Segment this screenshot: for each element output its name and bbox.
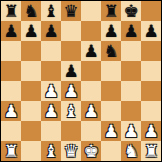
square-e4[interactable] [81, 81, 101, 101]
square-g1[interactable]: ♞ [121, 141, 141, 161]
square-g2[interactable]: ♟ [121, 121, 141, 141]
square-b5[interactable] [21, 61, 41, 81]
square-f1[interactable] [101, 141, 121, 161]
square-g8[interactable]: ♚ [121, 1, 141, 21]
square-c8[interactable]: ♝ [41, 1, 61, 21]
piece-black-pawn[interactable]: ♟ [143, 21, 158, 41]
piece-black-queen[interactable]: ♛ [63, 1, 78, 21]
square-c4[interactable]: ♟ [41, 81, 61, 101]
square-g7[interactable]: ♟ [121, 21, 141, 41]
square-b7[interactable]: ♟ [21, 21, 41, 41]
square-h2[interactable]: ♟ [141, 121, 161, 141]
piece-black-knight[interactable]: ♞ [103, 41, 118, 61]
square-a5[interactable] [1, 61, 21, 81]
piece-white-pawn[interactable]: ♟ [143, 121, 158, 141]
square-d1[interactable]: ♛ [61, 141, 81, 161]
square-e3[interactable]: ♟ [81, 101, 101, 121]
square-d4[interactable]: ♟ [61, 81, 81, 101]
piece-white-pawn[interactable]: ♟ [103, 121, 118, 141]
piece-black-king[interactable]: ♚ [123, 1, 138, 21]
square-e2[interactable] [81, 121, 101, 141]
square-c6[interactable] [41, 41, 61, 61]
piece-black-bishop[interactable]: ♝ [43, 1, 58, 21]
square-d5[interactable]: ♟ [61, 61, 81, 81]
piece-black-rook[interactable]: ♜ [3, 1, 18, 21]
piece-white-king[interactable]: ♚ [83, 141, 98, 161]
square-h4[interactable] [141, 81, 161, 101]
piece-white-knight[interactable]: ♞ [123, 141, 138, 161]
piece-black-pawn[interactable]: ♟ [83, 41, 98, 61]
piece-white-rook[interactable]: ♜ [143, 141, 158, 161]
piece-white-bishop[interactable]: ♝ [43, 141, 58, 161]
square-f5[interactable] [101, 61, 121, 81]
square-a3[interactable]: ♟ [1, 101, 21, 121]
piece-black-pawn[interactable]: ♟ [103, 21, 118, 41]
square-a1[interactable]: ♜ [1, 141, 21, 161]
square-d3[interactable]: ♝ [61, 101, 81, 121]
square-c3[interactable]: ♟ [41, 101, 61, 121]
square-e1[interactable]: ♚ [81, 141, 101, 161]
square-h8[interactable] [141, 1, 161, 21]
square-a8[interactable]: ♜ [1, 1, 21, 21]
square-g3[interactable] [121, 101, 141, 121]
square-e5[interactable] [81, 61, 101, 81]
piece-white-pawn[interactable]: ♟ [63, 81, 78, 101]
chess-board: ♜♞♝♛♜♚♟♟♟♟♟♟♟♞♟♟♟♟♟♝♟♟♟♟♜♝♛♚♞♜ [0, 0, 162, 162]
square-a6[interactable] [1, 41, 21, 61]
square-b2[interactable] [21, 121, 41, 141]
piece-white-pawn[interactable]: ♟ [123, 121, 138, 141]
square-g5[interactable] [121, 61, 141, 81]
piece-white-pawn[interactable]: ♟ [43, 101, 58, 121]
square-h3[interactable] [141, 101, 161, 121]
piece-black-pawn[interactable]: ♟ [123, 21, 138, 41]
square-a2[interactable] [1, 121, 21, 141]
square-d6[interactable] [61, 41, 81, 61]
square-h6[interactable] [141, 41, 161, 61]
square-f2[interactable]: ♟ [101, 121, 121, 141]
square-h7[interactable]: ♟ [141, 21, 161, 41]
piece-white-pawn[interactable]: ♟ [83, 101, 98, 121]
square-f4[interactable] [101, 81, 121, 101]
square-b6[interactable] [21, 41, 41, 61]
piece-white-pawn[interactable]: ♟ [3, 101, 18, 121]
square-g6[interactable] [121, 41, 141, 61]
square-b8[interactable]: ♞ [21, 1, 41, 21]
piece-white-pawn[interactable]: ♟ [43, 81, 58, 101]
piece-black-rook[interactable]: ♜ [103, 1, 118, 21]
square-c5[interactable] [41, 61, 61, 81]
square-b1[interactable] [21, 141, 41, 161]
square-c1[interactable]: ♝ [41, 141, 61, 161]
square-e8[interactable] [81, 1, 101, 21]
square-f3[interactable] [101, 101, 121, 121]
square-f8[interactable]: ♜ [101, 1, 121, 21]
square-b4[interactable] [21, 81, 41, 101]
square-c7[interactable]: ♟ [41, 21, 61, 41]
square-d7[interactable] [61, 21, 81, 41]
square-f6[interactable]: ♞ [101, 41, 121, 61]
piece-white-bishop[interactable]: ♝ [63, 101, 78, 121]
square-h1[interactable]: ♜ [141, 141, 161, 161]
square-h5[interactable] [141, 61, 161, 81]
piece-white-rook[interactable]: ♜ [3, 141, 18, 161]
square-f7[interactable]: ♟ [101, 21, 121, 41]
piece-black-pawn[interactable]: ♟ [63, 61, 78, 81]
piece-black-pawn[interactable]: ♟ [43, 21, 58, 41]
square-g4[interactable] [121, 81, 141, 101]
square-b3[interactable] [21, 101, 41, 121]
square-a7[interactable]: ♟ [1, 21, 21, 41]
piece-white-queen[interactable]: ♛ [63, 141, 78, 161]
square-e6[interactable]: ♟ [81, 41, 101, 61]
square-a4[interactable] [1, 81, 21, 101]
square-d8[interactable]: ♛ [61, 1, 81, 21]
square-c2[interactable] [41, 121, 61, 141]
piece-black-pawn[interactable]: ♟ [3, 21, 18, 41]
square-e7[interactable] [81, 21, 101, 41]
piece-black-pawn[interactable]: ♟ [23, 21, 38, 41]
piece-black-knight[interactable]: ♞ [23, 1, 38, 21]
square-d2[interactable] [61, 121, 81, 141]
